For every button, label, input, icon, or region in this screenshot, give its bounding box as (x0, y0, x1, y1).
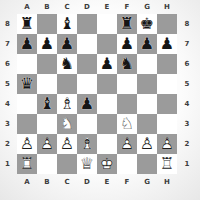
square-f6[interactable]: ♞ (117, 54, 137, 74)
file-label-f: F (117, 176, 137, 189)
file-label-c: C (57, 176, 77, 189)
file-label-d: D (77, 176, 97, 189)
rank-label-3: 3 (0, 114, 15, 134)
white-knight[interactable]: ♞♘ (117, 114, 137, 134)
square-a2[interactable]: ♟♙ (17, 134, 37, 154)
square-c1[interactable] (57, 154, 77, 174)
square-h3[interactable] (157, 114, 177, 134)
square-f1[interactable] (117, 154, 137, 174)
square-c4[interactable]: ♝♗ (57, 94, 77, 114)
white-piece-outline: ♕ (77, 154, 97, 174)
square-e7[interactable] (97, 34, 117, 54)
white-queen[interactable]: ♛♕ (77, 154, 97, 174)
file-label-g: G (137, 176, 157, 189)
file-labels-top: ABCDEFGH (17, 1, 177, 14)
square-g6[interactable] (137, 54, 157, 74)
square-d2[interactable]: ♝♗ (77, 134, 97, 154)
rank-label-8: 8 (179, 14, 195, 34)
white-piece-outline: ♙ (57, 134, 77, 154)
black-pawn[interactable]: ♟ (37, 34, 57, 54)
file-label-c: C (57, 1, 77, 14)
square-h5[interactable] (157, 74, 177, 94)
square-f3[interactable]: ♞♘ (117, 114, 137, 134)
white-pawn[interactable]: ♟♙ (157, 134, 177, 154)
file-label-h: H (157, 176, 177, 189)
rank-label-7: 7 (179, 34, 195, 54)
square-h6[interactable] (157, 54, 177, 74)
square-b1[interactable] (37, 154, 57, 174)
rank-label-5: 5 (179, 74, 195, 94)
square-b2[interactable]: ♟♙ (37, 134, 57, 154)
file-label-a: A (17, 176, 37, 189)
black-pawn[interactable]: ♟ (157, 34, 177, 54)
file-label-h: H (157, 1, 177, 14)
rank-labels-right: 87654321 (179, 14, 195, 174)
square-h1[interactable]: ♜♖ (157, 154, 177, 174)
square-b3[interactable] (37, 114, 57, 134)
rank-label-1: 1 (179, 154, 195, 174)
rank-label-6: 6 (179, 54, 195, 74)
square-d8[interactable] (77, 14, 97, 34)
white-piece-outline: ♖ (17, 154, 37, 174)
square-c5[interactable] (57, 74, 77, 94)
square-d3[interactable] (77, 114, 97, 134)
square-f2[interactable]: ♟♙ (117, 134, 137, 154)
square-c2[interactable]: ♟♙ (57, 134, 77, 154)
square-e4[interactable] (97, 94, 117, 114)
white-pawn[interactable]: ♟♙ (57, 134, 77, 154)
square-h4[interactable] (157, 94, 177, 114)
white-pawn[interactable]: ♟♙ (17, 134, 37, 154)
square-a7[interactable]: ♟ (17, 34, 37, 54)
square-g1[interactable] (137, 154, 157, 174)
square-b7[interactable]: ♟ (37, 34, 57, 54)
square-d4[interactable]: ♟ (77, 94, 97, 114)
square-g4[interactable] (137, 94, 157, 114)
file-label-f: F (117, 1, 137, 14)
white-bishop[interactable]: ♝♗ (77, 134, 97, 154)
square-e6[interactable]: ♟ (97, 54, 117, 74)
square-a8[interactable]: ♜ (17, 14, 37, 34)
square-h2[interactable]: ♟♙ (157, 134, 177, 154)
chess-board: ♜♝♜♚♟♟♟♟♟♟♞♟♞♛♝♝♗♟♞♘♞♘♟♙♟♙♟♙♝♗♟♙♟♙♟♙♜♖♛♕… (17, 14, 177, 174)
black-bishop[interactable]: ♝ (57, 14, 77, 34)
black-rook[interactable]: ♜ (117, 14, 137, 34)
white-rook[interactable]: ♜♖ (157, 154, 177, 174)
black-pawn[interactable]: ♟ (17, 34, 37, 54)
square-g8[interactable]: ♚ (137, 14, 157, 34)
square-c8[interactable]: ♝ (57, 14, 77, 34)
square-g5[interactable] (137, 74, 157, 94)
white-piece-outline: ♙ (137, 134, 157, 154)
square-d5[interactable] (77, 74, 97, 94)
square-e3[interactable] (97, 114, 117, 134)
rank-label-2: 2 (179, 134, 195, 154)
white-piece-outline: ♗ (57, 94, 77, 114)
square-c3[interactable]: ♞♘ (57, 114, 77, 134)
rank-labels-left: 87654321 (0, 14, 15, 174)
square-a1[interactable]: ♜♖ (17, 154, 37, 174)
black-bishop[interactable]: ♝ (37, 94, 57, 114)
white-piece-outline: ♗ (77, 134, 97, 154)
black-pawn[interactable]: ♟ (137, 34, 157, 54)
white-knight[interactable]: ♞♘ (57, 114, 77, 134)
square-b8[interactable] (37, 14, 57, 34)
white-bishop[interactable]: ♝♗ (57, 94, 77, 114)
white-pawn[interactable]: ♟♙ (137, 134, 157, 154)
square-g7[interactable]: ♟ (137, 34, 157, 54)
white-piece-outline: ♘ (57, 114, 77, 134)
white-piece-outline: ♔ (97, 154, 117, 174)
square-f7[interactable]: ♟ (117, 34, 137, 54)
file-label-e: E (97, 1, 117, 14)
square-e8[interactable] (97, 14, 117, 34)
white-piece-outline: ♙ (37, 134, 57, 154)
square-h7[interactable]: ♟ (157, 34, 177, 54)
square-g3[interactable] (137, 114, 157, 134)
square-e2[interactable] (97, 134, 117, 154)
black-pawn[interactable]: ♟ (117, 34, 137, 54)
square-a6[interactable] (17, 54, 37, 74)
black-knight[interactable]: ♞ (57, 54, 77, 74)
file-label-e: E (97, 176, 117, 189)
rank-label-6: 6 (0, 54, 15, 74)
black-queen[interactable]: ♛ (17, 74, 37, 94)
rank-label-3: 3 (179, 114, 195, 134)
black-pawn[interactable]: ♟ (57, 34, 77, 54)
file-label-d: D (77, 1, 97, 14)
square-a5[interactable]: ♛ (17, 74, 37, 94)
white-pawn[interactable]: ♟♙ (37, 134, 57, 154)
square-f5[interactable] (117, 74, 137, 94)
black-knight[interactable]: ♞ (117, 54, 137, 74)
square-e1[interactable]: ♚♔ (97, 154, 117, 174)
chess-board-screenshot: ABCDEFGH 87654321 ♜♝♜♚♟♟♟♟♟♟♞♟♞♛♝♝♗♟♞♘♞♘… (0, 0, 200, 200)
square-a3[interactable] (17, 114, 37, 134)
square-d6[interactable] (77, 54, 97, 74)
black-pawn[interactable]: ♟ (97, 54, 117, 74)
square-d1[interactable]: ♛♕ (77, 154, 97, 174)
file-label-g: G (137, 1, 157, 14)
white-piece-outline: ♙ (117, 134, 137, 154)
file-label-a: A (17, 1, 37, 14)
rank-label-4: 4 (0, 94, 15, 114)
white-rook[interactable]: ♜♖ (17, 154, 37, 174)
square-g2[interactable]: ♟♙ (137, 134, 157, 154)
rank-label-1: 1 (0, 154, 15, 174)
rank-label-7: 7 (0, 34, 15, 54)
white-king[interactable]: ♚♔ (97, 154, 117, 174)
black-rook[interactable]: ♜ (17, 14, 37, 34)
rank-label-8: 8 (0, 14, 15, 34)
square-d7[interactable] (77, 34, 97, 54)
square-e5[interactable] (97, 74, 117, 94)
file-label-b: B (37, 176, 57, 189)
white-piece-outline: ♘ (117, 114, 137, 134)
square-h8[interactable] (157, 14, 177, 34)
white-piece-outline: ♖ (157, 154, 177, 174)
square-f4[interactable] (117, 94, 137, 114)
square-b5[interactable] (37, 74, 57, 94)
white-piece-outline: ♙ (17, 134, 37, 154)
black-pawn[interactable]: ♟ (77, 94, 97, 114)
square-c6[interactable]: ♞ (57, 54, 77, 74)
square-c7[interactable]: ♟ (57, 34, 77, 54)
rank-label-5: 5 (0, 74, 15, 94)
white-piece-outline: ♙ (157, 134, 177, 154)
square-b6[interactable] (37, 54, 57, 74)
file-labels-bottom: ABCDEFGH (17, 176, 177, 189)
file-label-b: B (37, 1, 57, 14)
square-b4[interactable]: ♝ (37, 94, 57, 114)
rank-label-4: 4 (179, 94, 195, 114)
white-pawn[interactable]: ♟♙ (117, 134, 137, 154)
square-a4[interactable] (17, 94, 37, 114)
square-f8[interactable]: ♜ (117, 14, 137, 34)
black-king[interactable]: ♚ (137, 14, 157, 34)
rank-label-2: 2 (0, 134, 15, 154)
